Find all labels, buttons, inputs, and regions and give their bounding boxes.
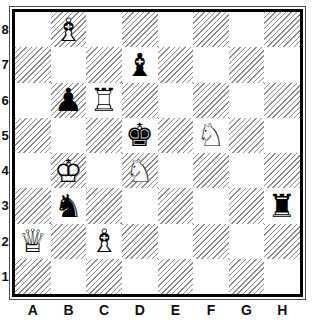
square-h2[interactable] [264,224,300,259]
piece-glyph: ♖ [90,83,119,118]
square-g8[interactable] [229,12,265,47]
square-h4[interactable] [264,153,300,188]
chess-diagram: ♝♗♝♟♜♖♚♞♘♚♔♞♘♞♜♛♕♝♗ 87654321 ABCDEFGH [0,0,314,320]
black-bishop-piece[interactable]: ♝ [125,49,154,81]
square-d7[interactable]: ♝ [122,47,158,82]
rank-label-7: 7 [0,47,10,82]
piece-glyph: ♘ [197,118,226,153]
file-labels: ABCDEFGH [15,301,300,318]
square-a8[interactable] [15,12,51,47]
rank-label-2: 2 [0,224,10,259]
piece-glyph: ♕ [18,224,47,259]
file-label-c: C [86,301,122,318]
square-a5[interactable] [15,118,51,153]
square-d8[interactable] [122,12,158,47]
square-e6[interactable] [158,83,194,118]
square-g5[interactable] [229,118,265,153]
square-e7[interactable] [158,47,194,82]
square-e4[interactable] [158,153,194,188]
square-a7[interactable] [15,47,51,82]
file-label-d: D [122,301,158,318]
square-g7[interactable] [229,47,265,82]
square-d3[interactable] [122,188,158,223]
square-g3[interactable] [229,188,265,223]
square-d2[interactable] [122,224,158,259]
square-c2[interactable]: ♝♗ [86,224,122,259]
black-knight-piece[interactable]: ♞ [54,190,83,222]
square-c6[interactable]: ♜♖ [86,83,122,118]
square-c5[interactable] [86,118,122,153]
square-a4[interactable] [15,153,51,188]
square-b4[interactable]: ♚♔ [51,153,87,188]
square-f8[interactable] [193,12,229,47]
square-c4[interactable] [86,153,122,188]
square-g6[interactable] [229,83,265,118]
square-e2[interactable] [158,224,194,259]
square-h1[interactable] [264,259,300,294]
white-knight-piece[interactable]: ♞♘ [197,119,226,151]
square-g1[interactable] [229,259,265,294]
square-b5[interactable] [51,118,87,153]
white-knight-piece[interactable]: ♞♘ [125,155,154,187]
square-a3[interactable] [15,188,51,223]
square-b8[interactable]: ♝♗ [51,12,87,47]
square-g2[interactable] [229,224,265,259]
square-h6[interactable] [264,83,300,118]
file-label-b: B [51,301,87,318]
square-e5[interactable] [158,118,194,153]
black-pawn-piece[interactable]: ♟ [54,84,83,116]
square-f4[interactable] [193,153,229,188]
square-a1[interactable] [15,259,51,294]
board-grid: ♝♗♝♟♜♖♚♞♘♚♔♞♘♞♜♛♕♝♗ [12,9,303,297]
square-h3[interactable]: ♜ [264,188,300,223]
board-frame: ♝♗♝♟♜♖♚♞♘♚♔♞♘♞♜♛♕♝♗ [9,6,306,300]
square-f5[interactable]: ♞♘ [193,118,229,153]
square-h7[interactable] [264,47,300,82]
rank-label-4: 4 [0,153,10,188]
square-b1[interactable] [51,259,87,294]
piece-glyph: ♗ [90,224,119,259]
square-g4[interactable] [229,153,265,188]
rank-labels: 87654321 [0,12,10,294]
white-bishop-piece[interactable]: ♝♗ [54,14,83,46]
rank-label-6: 6 [0,83,10,118]
square-f2[interactable] [193,224,229,259]
square-f6[interactable] [193,83,229,118]
file-label-h: H [264,301,300,318]
square-c8[interactable] [86,12,122,47]
square-b2[interactable] [51,224,87,259]
rank-label-3: 3 [0,188,10,223]
square-b3[interactable]: ♞ [51,188,87,223]
square-e3[interactable] [158,188,194,223]
black-rook-piece[interactable]: ♜ [268,190,297,222]
square-b7[interactable] [51,47,87,82]
square-d5[interactable]: ♚ [122,118,158,153]
piece-glyph: ♘ [125,153,154,188]
square-h5[interactable] [264,118,300,153]
square-d1[interactable] [122,259,158,294]
file-label-e: E [158,301,194,318]
square-f3[interactable] [193,188,229,223]
square-a2[interactable]: ♛♕ [15,224,51,259]
square-e8[interactable] [158,12,194,47]
file-label-a: A [15,301,51,318]
rank-label-8: 8 [0,12,10,47]
piece-glyph: ♗ [54,12,83,47]
square-a6[interactable] [15,83,51,118]
square-d4[interactable]: ♞♘ [122,153,158,188]
square-c3[interactable] [86,188,122,223]
square-c1[interactable] [86,259,122,294]
white-bishop-piece[interactable]: ♝♗ [90,225,119,257]
file-label-f: F [193,301,229,318]
file-label-g: G [229,301,265,318]
black-king-piece[interactable]: ♚ [125,119,154,151]
white-king-piece[interactable]: ♚♔ [54,155,83,187]
square-b6[interactable]: ♟ [51,83,87,118]
square-c7[interactable] [86,47,122,82]
square-d6[interactable] [122,83,158,118]
white-rook-piece[interactable]: ♜♖ [90,84,119,116]
rank-label-5: 5 [0,118,10,153]
rank-label-1: 1 [0,259,10,294]
piece-glyph: ♔ [54,153,83,188]
square-f1[interactable] [193,259,229,294]
white-queen-piece[interactable]: ♛♕ [18,225,47,257]
square-h8[interactable] [264,12,300,47]
square-f7[interactable] [193,47,229,82]
square-e1[interactable] [158,259,194,294]
